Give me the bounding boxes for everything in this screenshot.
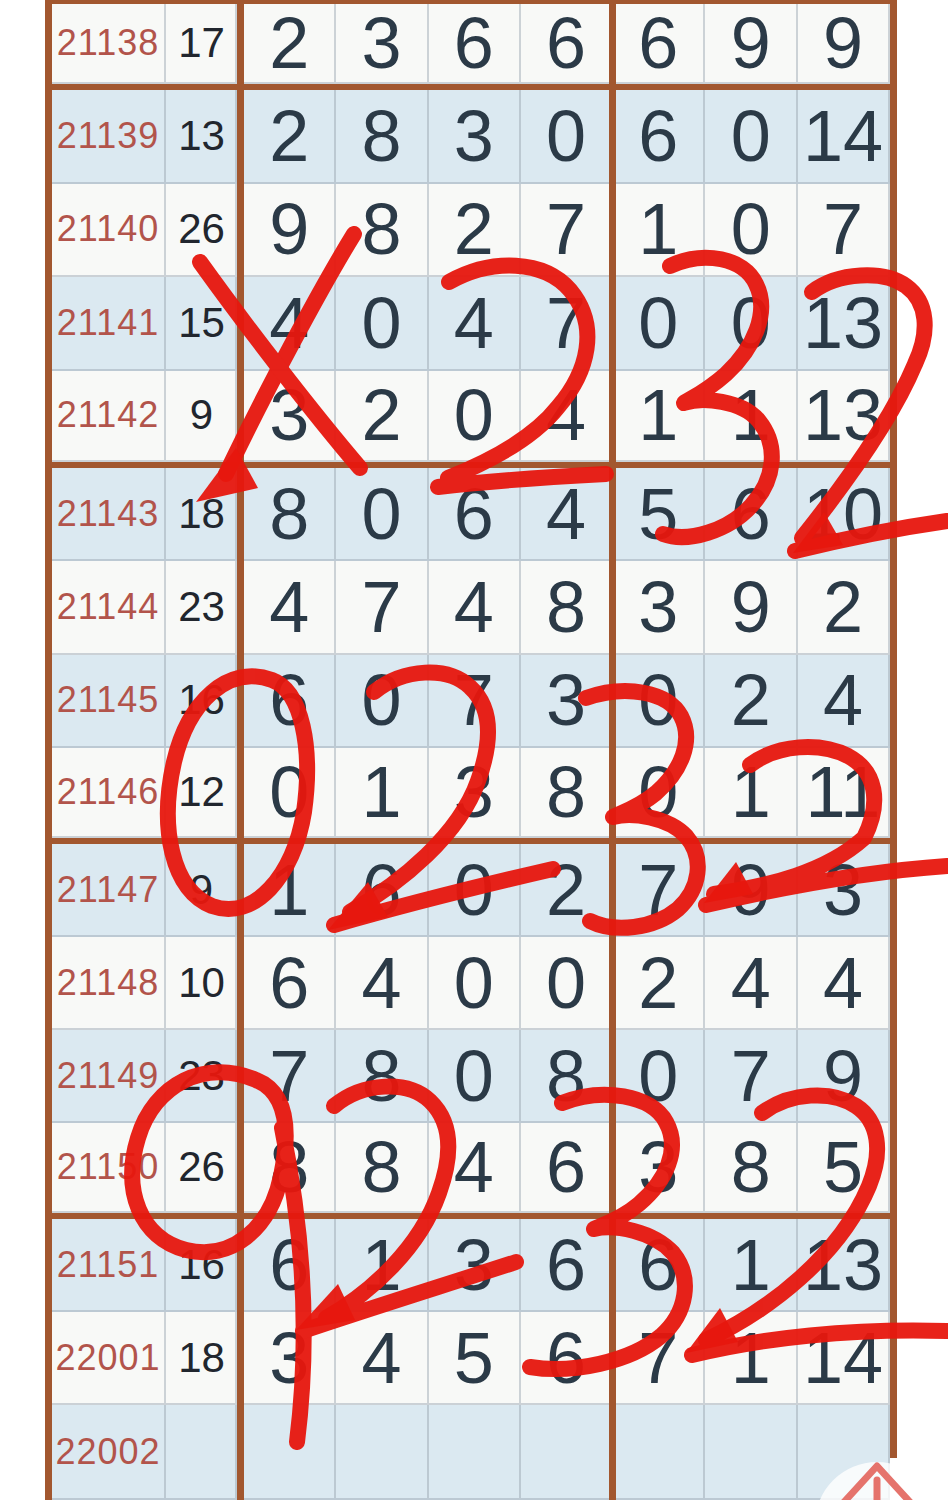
table-row: 211461201380111 bbox=[52, 748, 890, 838]
digit-cell: 3 bbox=[429, 1219, 521, 1310]
digit-cell: 8 bbox=[336, 90, 428, 182]
sum-cell: 23 bbox=[168, 561, 237, 653]
digit-cell: 0 bbox=[706, 90, 798, 182]
digit-cell: 7 bbox=[244, 1030, 336, 1121]
digit-cell: 2 bbox=[244, 90, 336, 182]
table-row: 211511661366113 bbox=[52, 1219, 890, 1312]
period-cell: 21148 bbox=[52, 937, 166, 1028]
sum-cell: 9 bbox=[168, 844, 237, 935]
digit-cell: 10 bbox=[798, 468, 890, 559]
digit-cell: 3 bbox=[613, 1123, 705, 1211]
digit-cell: 4 bbox=[706, 937, 798, 1028]
period-cell: 21142 bbox=[52, 371, 166, 461]
digit-cell: 7 bbox=[336, 561, 428, 653]
table-row: 211411540470013 bbox=[52, 277, 890, 371]
table-row: 21140269827107 bbox=[52, 184, 890, 278]
digit-cell: 3 bbox=[429, 90, 521, 182]
arrow-up-icon[interactable] bbox=[836, 1460, 926, 1500]
digit-cell: 2 bbox=[521, 844, 613, 935]
digit-cell: 8 bbox=[706, 1123, 798, 1211]
digit-cell: 1 bbox=[706, 748, 798, 836]
table-row: 21150268846385 bbox=[52, 1123, 890, 1213]
table-row: 211391328306014 bbox=[52, 90, 890, 184]
digit-cell: 1 bbox=[244, 844, 336, 935]
digit-cell: 2 bbox=[336, 371, 428, 461]
digit-cell: 1 bbox=[336, 748, 428, 836]
digit-cell: 13 bbox=[798, 371, 890, 461]
digit-cell: 9 bbox=[706, 844, 798, 935]
group-border-1 bbox=[45, 84, 897, 90]
digit-cell bbox=[706, 1405, 798, 1498]
sum-cell: 26 bbox=[168, 184, 237, 276]
digit-cell: 7 bbox=[798, 184, 890, 276]
digit-cell: 4 bbox=[336, 937, 428, 1028]
digit-cell bbox=[336, 1405, 428, 1498]
digit-cell: 6 bbox=[244, 1219, 336, 1310]
digit-group-divider bbox=[609, 0, 616, 1500]
digit-cell: 8 bbox=[521, 561, 613, 653]
digit-cell: 0 bbox=[521, 90, 613, 182]
digit-cell: 4 bbox=[521, 371, 613, 461]
digit-cell: 0 bbox=[336, 655, 428, 747]
period-cell: 21141 bbox=[52, 277, 166, 369]
digit-cell: 3 bbox=[429, 748, 521, 836]
digit-cell: 7 bbox=[706, 1030, 798, 1121]
digit-cell: 6 bbox=[336, 844, 428, 935]
table-row: 2114791602793 bbox=[52, 844, 890, 937]
digit-cell: 0 bbox=[429, 937, 521, 1028]
digit-cell: 1 bbox=[613, 371, 705, 461]
digit-cell bbox=[613, 1405, 705, 1498]
digit-cell: 2 bbox=[613, 937, 705, 1028]
digit-cell: 6 bbox=[429, 4, 521, 82]
sum-cell: 16 bbox=[168, 1219, 237, 1310]
digit-cell: 7 bbox=[521, 184, 613, 276]
digit-cell: 8 bbox=[336, 1030, 428, 1121]
period-cell: 22001 bbox=[52, 1312, 166, 1403]
digit-cell: 6 bbox=[613, 4, 705, 82]
digit-cell: 4 bbox=[244, 277, 336, 369]
digit-cell: 7 bbox=[613, 844, 705, 935]
table-row: 211431880645610 bbox=[52, 468, 890, 561]
group-border-4 bbox=[45, 1213, 897, 1219]
digit-cell: 6 bbox=[521, 1123, 613, 1211]
digit-cell: 8 bbox=[244, 1123, 336, 1211]
sum-cell: 9 bbox=[168, 371, 237, 461]
digit-cell: 9 bbox=[798, 1030, 890, 1121]
table-row: 22002 bbox=[52, 1405, 890, 1500]
digit-cell bbox=[521, 1405, 613, 1498]
digit-cell: 4 bbox=[429, 561, 521, 653]
digit-cell: 3 bbox=[244, 1312, 336, 1403]
digit-cell bbox=[429, 1405, 521, 1498]
digit-cell: 6 bbox=[706, 468, 798, 559]
sum-cell: 15 bbox=[168, 277, 237, 369]
digit-cell: 9 bbox=[244, 184, 336, 276]
digit-cell: 2 bbox=[429, 184, 521, 276]
table-row: 220011834567114 bbox=[52, 1312, 890, 1405]
period-cell: 21140 bbox=[52, 184, 166, 276]
digit-cell: 0 bbox=[336, 277, 428, 369]
digit-cell: 0 bbox=[613, 1030, 705, 1121]
sum-cell bbox=[168, 1405, 237, 1498]
digit-cell: 3 bbox=[244, 371, 336, 461]
digit-cell: 13 bbox=[798, 1219, 890, 1310]
digit-cell: 6 bbox=[521, 1219, 613, 1310]
digit-cell: 0 bbox=[706, 184, 798, 276]
digit-cell: 2 bbox=[798, 561, 890, 653]
digit-cell: 5 bbox=[613, 468, 705, 559]
period-cell: 21144 bbox=[52, 561, 166, 653]
digit-cell: 1 bbox=[336, 1219, 428, 1310]
digit-cell: 4 bbox=[244, 561, 336, 653]
table-row: 21142932041113 bbox=[52, 371, 890, 463]
digit-cell: 0 bbox=[429, 371, 521, 461]
period-cell: 21143 bbox=[52, 468, 166, 559]
group-border-3 bbox=[45, 838, 897, 844]
period-cell: 22002 bbox=[52, 1405, 166, 1498]
digit-cell: 6 bbox=[244, 937, 336, 1028]
digit-cell: 4 bbox=[798, 655, 890, 747]
period-cell: 21146 bbox=[52, 748, 166, 836]
sum-cell: 13 bbox=[168, 90, 237, 182]
digit-cell: 1 bbox=[613, 184, 705, 276]
digit-cell: 5 bbox=[798, 1123, 890, 1211]
sum-cell: 18 bbox=[168, 1312, 237, 1403]
table-row: 21145166073024 bbox=[52, 655, 890, 749]
sum-cell: 16 bbox=[168, 655, 237, 747]
lottery-trend-chart: 2113817236669921139132830601421140269827… bbox=[0, 0, 948, 1500]
digit-cell: 4 bbox=[521, 468, 613, 559]
digit-cell: 11 bbox=[798, 748, 890, 836]
digit-cell: 0 bbox=[244, 748, 336, 836]
sum-cell: 23 bbox=[168, 1030, 237, 1121]
digit-cell: 0 bbox=[429, 844, 521, 935]
digit-cell: 0 bbox=[336, 468, 428, 559]
digit-cell: 2 bbox=[244, 4, 336, 82]
sum-cell: 10 bbox=[168, 937, 237, 1028]
digit-cell: 13 bbox=[798, 277, 890, 369]
digit-cell: 8 bbox=[336, 184, 428, 276]
digit-cell: 0 bbox=[429, 1030, 521, 1121]
digit-cell: 0 bbox=[613, 655, 705, 747]
digit-cell: 7 bbox=[521, 277, 613, 369]
digit-cell bbox=[244, 1405, 336, 1498]
sum-digit-divider bbox=[237, 0, 244, 1500]
digit-cell: 9 bbox=[706, 4, 798, 82]
table-row: 21148106400244 bbox=[52, 937, 890, 1030]
digit-cell: 6 bbox=[521, 1312, 613, 1403]
period-cell: 21139 bbox=[52, 90, 166, 182]
digit-cell: 3 bbox=[336, 4, 428, 82]
digit-cell: 6 bbox=[429, 468, 521, 559]
digit-cell: 0 bbox=[613, 748, 705, 836]
period-cell: 21149 bbox=[52, 1030, 166, 1121]
digit-cell: 9 bbox=[706, 561, 798, 653]
digit-cell: 8 bbox=[521, 1030, 613, 1121]
digit-cell: 4 bbox=[429, 1123, 521, 1211]
digit-cell: 4 bbox=[798, 937, 890, 1028]
digit-cell: 7 bbox=[613, 1312, 705, 1403]
digit-cell: 2 bbox=[706, 655, 798, 747]
period-cell: 21138 bbox=[52, 4, 166, 82]
period-cell: 21151 bbox=[52, 1219, 166, 1310]
table-row: 21138172366699 bbox=[52, 4, 890, 84]
digit-cell: 6 bbox=[613, 1219, 705, 1310]
period-cell: 21147 bbox=[52, 844, 166, 935]
digit-cell: 5 bbox=[429, 1312, 521, 1403]
sum-cell: 26 bbox=[168, 1123, 237, 1211]
digit-cell: 0 bbox=[706, 277, 798, 369]
digit-cell: 0 bbox=[613, 277, 705, 369]
table-row: 21149237808079 bbox=[52, 1030, 890, 1123]
sum-cell: 17 bbox=[168, 4, 237, 82]
digit-cell: 6 bbox=[521, 4, 613, 82]
sum-cell: 18 bbox=[168, 468, 237, 559]
digit-cell: 1 bbox=[706, 1312, 798, 1403]
table-row: 21144234748392 bbox=[52, 561, 890, 655]
digit-cell: 9 bbox=[798, 4, 890, 82]
digit-cell: 7 bbox=[429, 655, 521, 747]
period-cell: 21150 bbox=[52, 1123, 166, 1211]
sum-cell: 12 bbox=[168, 748, 237, 836]
digit-cell: 3 bbox=[521, 655, 613, 747]
digit-cell: 14 bbox=[798, 90, 890, 182]
digit-cell: 8 bbox=[521, 748, 613, 836]
digit-cell: 3 bbox=[798, 844, 890, 935]
digit-cell: 6 bbox=[613, 90, 705, 182]
group-border-2 bbox=[45, 462, 897, 468]
digit-cell: 4 bbox=[336, 1312, 428, 1403]
digit-cell: 3 bbox=[613, 561, 705, 653]
digit-cell: 14 bbox=[798, 1312, 890, 1403]
digit-cell: 4 bbox=[429, 277, 521, 369]
digit-cell: 6 bbox=[244, 655, 336, 747]
digit-cell: 8 bbox=[336, 1123, 428, 1211]
digit-cell: 1 bbox=[706, 371, 798, 461]
digit-cell: 0 bbox=[521, 937, 613, 1028]
table-top-border bbox=[45, 0, 897, 4]
digit-cell: 8 bbox=[244, 468, 336, 559]
digit-cell: 1 bbox=[706, 1219, 798, 1310]
table-left-border bbox=[45, 0, 52, 1500]
table-right-border bbox=[890, 0, 897, 1458]
period-cell: 21145 bbox=[52, 655, 166, 747]
